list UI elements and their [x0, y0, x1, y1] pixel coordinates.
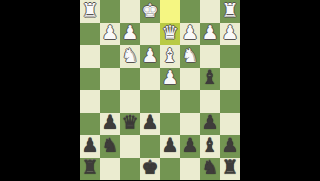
black-pawn-g6: ♟: [101, 113, 118, 132]
square-b3[interactable]: [200, 45, 220, 68]
square-a1[interactable]: ♜: [220, 0, 240, 23]
black-rook-h8: ♜: [81, 158, 98, 177]
square-g7[interactable]: ♞: [100, 135, 120, 158]
white-knight-c3: ♞: [181, 46, 198, 65]
square-f1[interactable]: [120, 0, 140, 23]
square-c4[interactable]: [180, 68, 200, 91]
square-e3[interactable]: ♟: [140, 45, 160, 68]
white-queen-d2: ♛: [161, 23, 178, 42]
square-a7[interactable]: ♟: [220, 135, 240, 158]
white-pawn-a2: ♟: [221, 23, 238, 42]
square-b5[interactable]: [200, 90, 220, 113]
square-c1[interactable]: [180, 0, 200, 23]
square-g6[interactable]: ♟: [100, 113, 120, 136]
square-f4[interactable]: [120, 68, 140, 91]
black-pawn-b6: ♟: [201, 113, 218, 132]
square-f3[interactable]: ♞: [120, 45, 140, 68]
square-a5[interactable]: [220, 90, 240, 113]
square-d2[interactable]: ♛: [160, 23, 180, 46]
white-pawn-c2: ♟: [181, 23, 198, 42]
square-g4[interactable]: [100, 68, 120, 91]
square-h8[interactable]: ♜: [80, 158, 100, 181]
black-bishop-b7: ♝: [201, 136, 218, 155]
white-rook-a1: ♜: [221, 1, 238, 20]
square-h2[interactable]: [80, 23, 100, 46]
square-g8[interactable]: [100, 158, 120, 181]
white-pawn-e3: ♟: [141, 46, 158, 65]
square-a4[interactable]: [220, 68, 240, 91]
black-king-e8: ♚: [141, 158, 158, 177]
white-pawn-d4: ♟: [161, 68, 178, 87]
square-b8[interactable]: ♞: [200, 158, 220, 181]
square-g5[interactable]: [100, 90, 120, 113]
square-d4[interactable]: ♟: [160, 68, 180, 91]
square-c8[interactable]: [180, 158, 200, 181]
square-a6[interactable]: [220, 113, 240, 136]
square-h5[interactable]: [80, 90, 100, 113]
square-h4[interactable]: [80, 68, 100, 91]
square-b1[interactable]: [200, 0, 220, 23]
square-f2[interactable]: ♟: [120, 23, 140, 46]
square-a2[interactable]: ♟: [220, 23, 240, 46]
square-h1[interactable]: ♜: [80, 0, 100, 23]
white-knight-f3: ♞: [121, 46, 138, 65]
square-c3[interactable]: ♞: [180, 45, 200, 68]
square-d7[interactable]: ♟: [160, 135, 180, 158]
square-c5[interactable]: [180, 90, 200, 113]
white-pawn-b2: ♟: [201, 23, 218, 42]
black-pawn-e6: ♟: [141, 113, 158, 132]
square-e5[interactable]: [140, 90, 160, 113]
square-b7[interactable]: ♝: [200, 135, 220, 158]
square-c6[interactable]: [180, 113, 200, 136]
square-e4[interactable]: [140, 68, 160, 91]
square-c7[interactable]: ♟: [180, 135, 200, 158]
square-b4[interactable]: ♝: [200, 68, 220, 91]
square-f5[interactable]: [120, 90, 140, 113]
square-g2[interactable]: ♟: [100, 23, 120, 46]
square-e1[interactable]: ♚: [140, 0, 160, 23]
white-bishop-d3: ♝: [161, 46, 178, 65]
black-pawn-c7: ♟: [181, 136, 198, 155]
square-b2[interactable]: ♟: [200, 23, 220, 46]
white-rook-h1: ♜: [81, 1, 98, 20]
square-d8[interactable]: [160, 158, 180, 181]
square-d1[interactable]: [160, 0, 180, 23]
square-a3[interactable]: [220, 45, 240, 68]
letterbox-left: [0, 0, 80, 180]
square-b6[interactable]: ♟: [200, 113, 220, 136]
square-e6[interactable]: ♟: [140, 113, 160, 136]
black-pawn-h7: ♟: [81, 136, 98, 155]
black-rook-a8: ♜: [221, 158, 238, 177]
black-queen-f6: ♛: [121, 113, 138, 132]
square-h7[interactable]: ♟: [80, 135, 100, 158]
black-knight-b8: ♞: [201, 158, 218, 177]
letterbox-right: [240, 0, 320, 180]
square-h3[interactable]: [80, 45, 100, 68]
square-e8[interactable]: ♚: [140, 158, 160, 181]
black-bishop-b4: ♝: [201, 68, 218, 87]
square-f6[interactable]: ♛: [120, 113, 140, 136]
black-knight-g7: ♞: [101, 136, 118, 155]
black-pawn-a7: ♟: [221, 136, 238, 155]
black-pawn-d7: ♟: [161, 136, 178, 155]
square-e7[interactable]: [140, 135, 160, 158]
video-frame: ♜♚♜♟♟♛♟♟♟♞♟♝♞♟♝♟♛♟♟♟♞♟♟♝♟♜♚♞♜: [0, 0, 320, 180]
square-d6[interactable]: [160, 113, 180, 136]
square-f8[interactable]: [120, 158, 140, 181]
square-f7[interactable]: [120, 135, 140, 158]
chess-board: ♜♚♜♟♟♛♟♟♟♞♟♝♞♟♝♟♛♟♟♟♞♟♟♝♟♜♚♞♜: [80, 0, 240, 180]
white-pawn-f2: ♟: [121, 23, 138, 42]
white-king-e1: ♚: [141, 1, 158, 20]
square-a8[interactable]: ♜: [220, 158, 240, 181]
white-pawn-g2: ♟: [101, 23, 118, 42]
square-h6[interactable]: [80, 113, 100, 136]
square-d3[interactable]: ♝: [160, 45, 180, 68]
square-g3[interactable]: [100, 45, 120, 68]
square-g1[interactable]: [100, 0, 120, 23]
square-e2[interactable]: [140, 23, 160, 46]
square-c2[interactable]: ♟: [180, 23, 200, 46]
square-d5[interactable]: [160, 90, 180, 113]
